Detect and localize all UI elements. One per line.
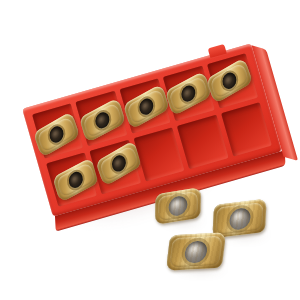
tray-cell xyxy=(32,103,83,158)
milling-insert xyxy=(33,111,80,158)
insert-center-hole xyxy=(229,207,251,231)
tray-cell xyxy=(221,102,272,157)
tray-cell xyxy=(119,78,170,133)
insert-center-hole xyxy=(110,153,128,175)
tray-cell xyxy=(207,53,258,108)
insert-center-hole xyxy=(180,82,198,104)
insert-center-hole xyxy=(168,195,187,217)
tray-latch-tab xyxy=(208,44,227,58)
milling-insert xyxy=(206,57,253,104)
insert-center-hole xyxy=(48,123,66,145)
scene xyxy=(0,0,300,300)
milling-insert xyxy=(165,70,212,116)
milling-insert xyxy=(166,232,226,270)
milling-insert xyxy=(123,83,170,130)
insert-center-hole xyxy=(93,109,111,131)
tray-cell xyxy=(90,139,141,194)
tray-cell xyxy=(163,66,214,121)
milling-insert xyxy=(95,140,142,187)
milling-insert xyxy=(53,157,100,203)
tray-cell xyxy=(133,127,184,182)
tray-cell xyxy=(177,114,228,169)
insert-center-hole xyxy=(137,96,155,118)
insert-center-hole xyxy=(184,240,209,263)
milling-insert xyxy=(79,97,126,143)
insert-center-hole xyxy=(220,70,238,92)
insert-center-hole xyxy=(67,169,85,191)
insert-tray xyxy=(22,43,282,216)
tray-cell xyxy=(76,91,127,146)
tray-cell xyxy=(46,152,97,207)
